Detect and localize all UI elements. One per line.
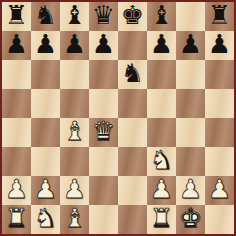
black-pawn: ♟ bbox=[208, 31, 231, 59]
square-h1[interactable] bbox=[205, 205, 234, 234]
black-rook: ♜ bbox=[5, 2, 28, 30]
white-queen: ♛ bbox=[92, 118, 115, 146]
square-b1[interactable]: ♞ bbox=[31, 205, 60, 234]
square-g1[interactable]: ♚ bbox=[176, 205, 205, 234]
square-d4[interactable]: ♛ bbox=[89, 118, 118, 147]
white-pawn: ♟ bbox=[34, 176, 57, 204]
square-g2[interactable]: ♟ bbox=[176, 176, 205, 205]
square-h5[interactable] bbox=[205, 89, 234, 118]
square-h4[interactable] bbox=[205, 118, 234, 147]
black-pawn: ♟ bbox=[5, 31, 28, 59]
square-g5[interactable] bbox=[176, 89, 205, 118]
square-d5[interactable] bbox=[89, 89, 118, 118]
square-c4[interactable]: ♝ bbox=[60, 118, 89, 147]
square-e1[interactable] bbox=[118, 205, 147, 234]
square-e3[interactable] bbox=[118, 147, 147, 176]
square-h7[interactable]: ♟ bbox=[205, 31, 234, 60]
square-b4[interactable] bbox=[31, 118, 60, 147]
square-g3[interactable] bbox=[176, 147, 205, 176]
square-g6[interactable] bbox=[176, 60, 205, 89]
square-e5[interactable] bbox=[118, 89, 147, 118]
square-a2[interactable]: ♟ bbox=[2, 176, 31, 205]
square-a4[interactable] bbox=[2, 118, 31, 147]
square-c3[interactable] bbox=[60, 147, 89, 176]
white-pawn: ♟ bbox=[63, 176, 86, 204]
white-king: ♚ bbox=[179, 205, 202, 233]
square-c8[interactable]: ♝ bbox=[60, 2, 89, 31]
black-king: ♚ bbox=[121, 2, 144, 30]
square-b5[interactable] bbox=[31, 89, 60, 118]
square-c5[interactable] bbox=[60, 89, 89, 118]
square-f2[interactable]: ♟ bbox=[147, 176, 176, 205]
black-knight: ♞ bbox=[121, 60, 144, 88]
black-queen: ♛ bbox=[92, 2, 115, 30]
square-a3[interactable] bbox=[2, 147, 31, 176]
square-g7[interactable]: ♟ bbox=[176, 31, 205, 60]
square-b6[interactable] bbox=[31, 60, 60, 89]
square-c2[interactable]: ♟ bbox=[60, 176, 89, 205]
square-a5[interactable] bbox=[2, 89, 31, 118]
white-pawn: ♟ bbox=[179, 176, 202, 204]
black-pawn: ♟ bbox=[34, 31, 57, 59]
square-c1[interactable]: ♝ bbox=[60, 205, 89, 234]
square-h3[interactable] bbox=[205, 147, 234, 176]
square-f8[interactable]: ♝ bbox=[147, 2, 176, 31]
square-g4[interactable] bbox=[176, 118, 205, 147]
square-b7[interactable]: ♟ bbox=[31, 31, 60, 60]
square-e2[interactable] bbox=[118, 176, 147, 205]
square-a1[interactable]: ♜ bbox=[2, 205, 31, 234]
square-f4[interactable] bbox=[147, 118, 176, 147]
white-pawn: ♟ bbox=[150, 176, 173, 204]
square-a7[interactable]: ♟ bbox=[2, 31, 31, 60]
square-f7[interactable]: ♟ bbox=[147, 31, 176, 60]
square-f5[interactable] bbox=[147, 89, 176, 118]
white-bishop: ♝ bbox=[63, 205, 86, 233]
square-e8[interactable]: ♚ bbox=[118, 2, 147, 31]
square-f1[interactable]: ♜ bbox=[147, 205, 176, 234]
black-pawn: ♟ bbox=[63, 31, 86, 59]
square-f6[interactable] bbox=[147, 60, 176, 89]
white-knight: ♞ bbox=[34, 205, 57, 233]
square-e7[interactable] bbox=[118, 31, 147, 60]
black-pawn: ♟ bbox=[150, 31, 173, 59]
square-d8[interactable]: ♛ bbox=[89, 2, 118, 31]
black-pawn: ♟ bbox=[92, 31, 115, 59]
white-knight: ♞ bbox=[150, 147, 173, 175]
square-c6[interactable] bbox=[60, 60, 89, 89]
black-bishop: ♝ bbox=[63, 2, 86, 30]
square-h6[interactable] bbox=[205, 60, 234, 89]
square-e6[interactable]: ♞ bbox=[118, 60, 147, 89]
square-e4[interactable] bbox=[118, 118, 147, 147]
square-h2[interactable]: ♟ bbox=[205, 176, 234, 205]
white-rook: ♜ bbox=[5, 205, 28, 233]
square-a6[interactable] bbox=[2, 60, 31, 89]
white-pawn: ♟ bbox=[5, 176, 28, 204]
white-pawn: ♟ bbox=[208, 176, 231, 204]
chess-board-frame: ♜♞♝♛♚♝♜♟♟♟♟♟♟♟♞♝♛♞♟♟♟♟♟♟♜♞♝♜♚ bbox=[0, 0, 236, 236]
square-a8[interactable]: ♜ bbox=[2, 2, 31, 31]
chess-board: ♜♞♝♛♚♝♜♟♟♟♟♟♟♟♞♝♛♞♟♟♟♟♟♟♜♞♝♜♚ bbox=[2, 2, 234, 234]
square-g8[interactable] bbox=[176, 2, 205, 31]
square-b3[interactable] bbox=[31, 147, 60, 176]
square-f3[interactable]: ♞ bbox=[147, 147, 176, 176]
square-d6[interactable] bbox=[89, 60, 118, 89]
white-rook: ♜ bbox=[150, 205, 173, 233]
square-h8[interactable]: ♜ bbox=[205, 2, 234, 31]
square-d2[interactable] bbox=[89, 176, 118, 205]
square-d7[interactable]: ♟ bbox=[89, 31, 118, 60]
square-b8[interactable]: ♞ bbox=[31, 2, 60, 31]
black-rook: ♜ bbox=[208, 2, 231, 30]
black-pawn: ♟ bbox=[179, 31, 202, 59]
square-d3[interactable] bbox=[89, 147, 118, 176]
square-b2[interactable]: ♟ bbox=[31, 176, 60, 205]
black-bishop: ♝ bbox=[150, 2, 173, 30]
square-d1[interactable] bbox=[89, 205, 118, 234]
black-knight: ♞ bbox=[34, 2, 57, 30]
square-c7[interactable]: ♟ bbox=[60, 31, 89, 60]
white-bishop: ♝ bbox=[63, 118, 86, 146]
